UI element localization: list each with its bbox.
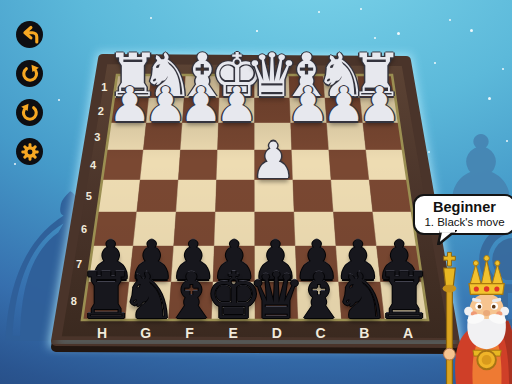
piece-white-pawn-e2[interactable]: ♟	[215, 80, 258, 128]
king-character	[424, 240, 512, 384]
rank-label-8: 8	[71, 295, 77, 307]
rank-label-2: 2	[98, 105, 104, 117]
rank-label-5: 5	[86, 190, 92, 202]
hint-move-text: 1. Black's move	[417, 216, 512, 228]
chess-app-screen: { "game": "chess", "position": { "fen": …	[0, 0, 512, 384]
hint-level: Beginner	[417, 199, 512, 215]
piece-white-pawn-a2[interactable]: ♟	[358, 80, 401, 128]
rank-label-4: 4	[90, 159, 97, 171]
rank-label-3: 3	[94, 131, 100, 143]
bubble-tail	[437, 230, 457, 245]
hint-bubble: Beginner 1. Black's move	[413, 194, 512, 235]
board-bottom-rim-light	[56, 341, 455, 343]
piece-white-pawn-d4[interactable]: ♟	[251, 136, 296, 186]
